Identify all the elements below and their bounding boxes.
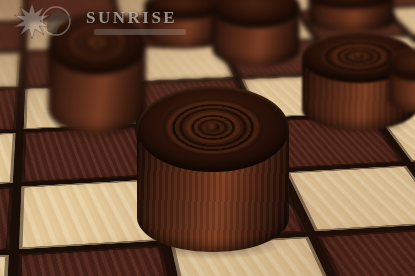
- board-square: [0, 22, 21, 54]
- board-square: [0, 133, 15, 190]
- checker-piece: [388, 48, 415, 112]
- piece-top: [137, 86, 289, 172]
- checker-piece-main: [137, 86, 289, 252]
- board-square: [317, 228, 415, 276]
- piece-center-nub: [206, 123, 220, 131]
- board-square: [286, 166, 415, 232]
- photo-checkers-scene: SUNRISE: [0, 0, 415, 276]
- board-square: [0, 187, 12, 259]
- board-square: [0, 255, 8, 276]
- checker-piece: [48, 12, 146, 134]
- checker-piece: [212, 0, 300, 66]
- checker-piece: [308, 0, 394, 32]
- board-square: [0, 53, 20, 91]
- board-square: [0, 89, 18, 135]
- piece-rings: [65, 22, 130, 64]
- piece-top: [48, 12, 146, 75]
- board-square: [0, 0, 23, 23]
